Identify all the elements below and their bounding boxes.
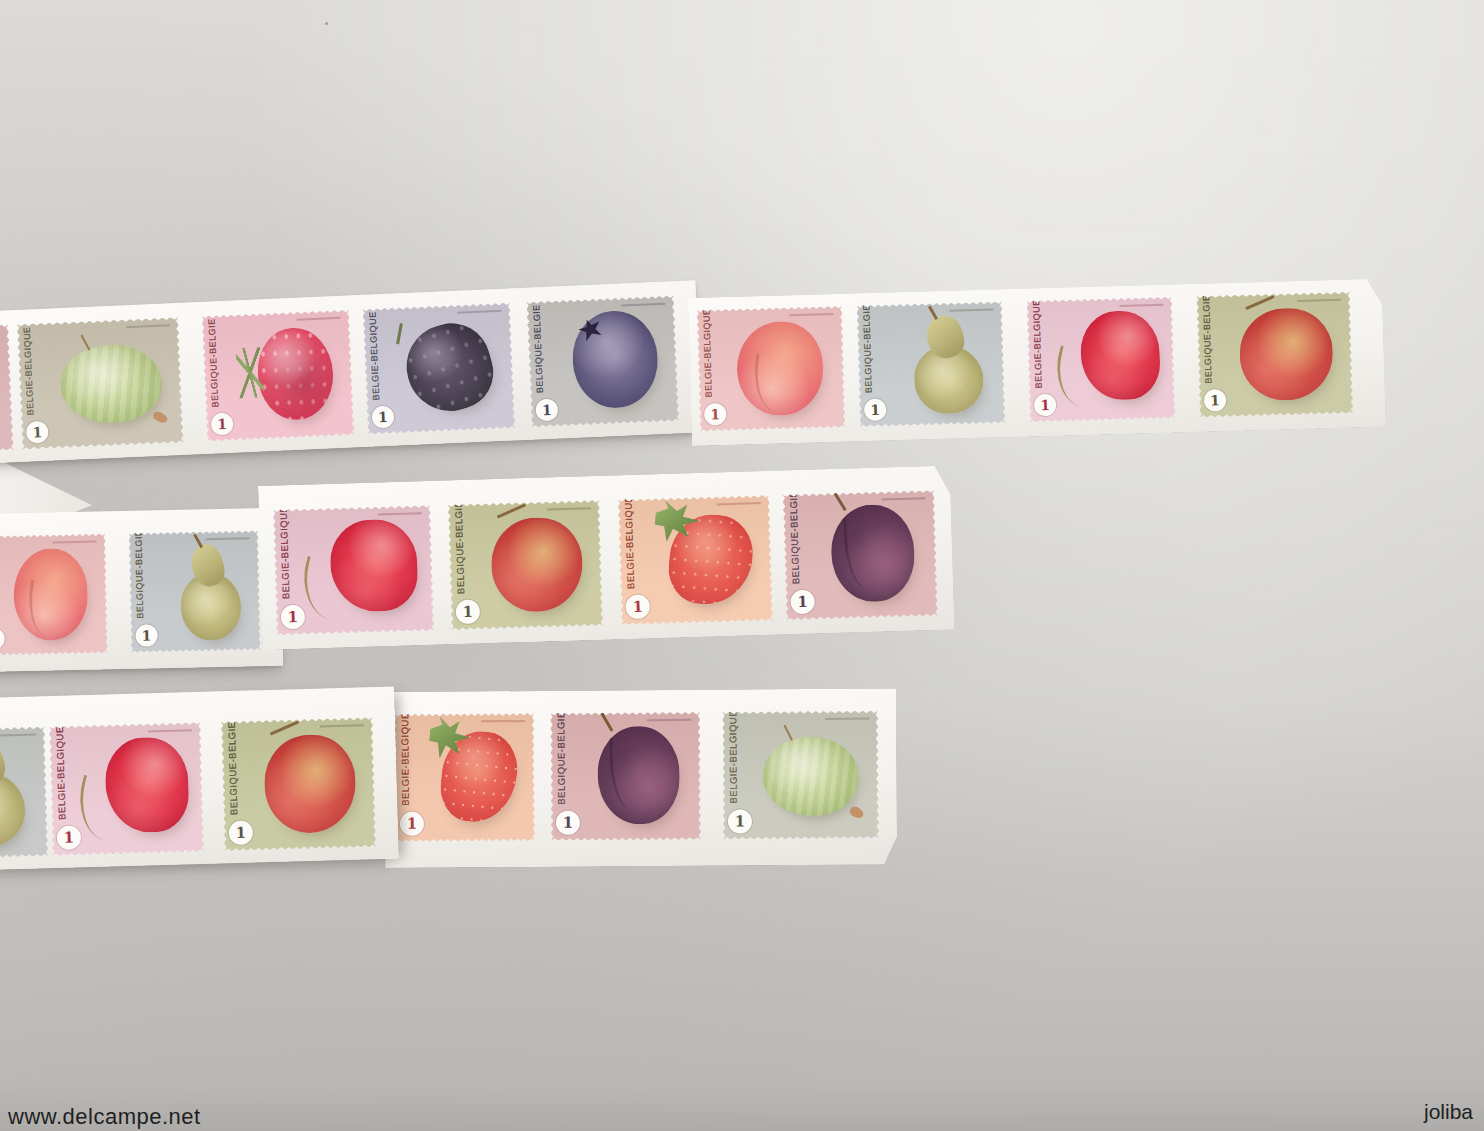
apple-illustration bbox=[243, 721, 372, 846]
stamp-face: BELGIQUE-BELGIE1 bbox=[550, 712, 701, 841]
stamp-face: BELGIE-BELGIQUE1 bbox=[722, 711, 879, 840]
stamp-face: BELGIE-BELGIQUE1 bbox=[0, 533, 108, 656]
country-label: BELGIQUE-BELGIE bbox=[555, 721, 567, 805]
stamp-plum: BELGIQUE-BELGIE1 bbox=[782, 490, 938, 620]
raspberry-illustration bbox=[224, 314, 351, 437]
cherry-body bbox=[1080, 310, 1162, 401]
stamp-face: BELGIQUE-BELGIE1 bbox=[221, 717, 377, 851]
pear-body bbox=[180, 573, 242, 641]
strawberry-body bbox=[437, 728, 521, 826]
stamp-face: BELGIE-BELGIQUE1 bbox=[273, 505, 435, 636]
blackberry-body bbox=[396, 315, 502, 422]
stamp-peach: BELGIE-BELGIQUE1 bbox=[0, 533, 108, 656]
top-strip-right-segment: BELGIE-BELGIQUE1BELGIQUE-BELGIE1BELGIE-B… bbox=[688, 279, 1386, 446]
blackberry-illustration bbox=[384, 307, 511, 430]
middle-strip-left-segment: BELGIE-BELGIQUE1BELGIQUE-BELGIE1 bbox=[0, 508, 283, 672]
stamp-face: BELGIE-BELGIQUE1 bbox=[618, 495, 774, 625]
stamp-blueberry: BELGIQUE-BELGIE1 bbox=[526, 295, 679, 427]
stamp-apple: BELGIQUE-BELGIE1 bbox=[1196, 292, 1353, 418]
stamp-strawberry: BELGIE-BELGIQUE1 bbox=[618, 495, 774, 625]
pear-illustration bbox=[0, 730, 44, 855]
stamp-face: BELGIQUE-BELGIE1 bbox=[201, 309, 354, 441]
raspberry-body bbox=[256, 326, 336, 421]
country-label: BELGIE-BELGIQUE bbox=[623, 507, 636, 589]
cherry-illustration bbox=[71, 726, 200, 851]
country-label: BELGIQUE-BELGIE bbox=[134, 541, 146, 619]
stamp-gooseberry: BELGIE-BELGIQUE1 bbox=[17, 317, 184, 450]
watermark-joliba: joliba bbox=[1424, 1100, 1473, 1124]
country-label: BELGIQUE-BELGIE bbox=[788, 502, 801, 584]
country-label: BELGIE-BELGIQUE bbox=[22, 331, 36, 415]
pear-body bbox=[0, 772, 26, 847]
apple-illustration bbox=[470, 504, 599, 626]
country-label: BELGIE-BELGIQUE bbox=[54, 734, 67, 820]
apple-illustration bbox=[1218, 296, 1349, 414]
apple-body bbox=[263, 734, 356, 834]
gooseberry-body bbox=[59, 343, 163, 425]
stamp-pear: BELGIQUE-BELGIE1 bbox=[0, 726, 48, 860]
stamp-raspberry: BELGIQUE-BELGIE1 bbox=[201, 309, 354, 441]
stamp-face: BELGIQUE-BELGIE1 bbox=[782, 490, 938, 620]
blueberry-illustration bbox=[548, 299, 675, 422]
stamp-gooseberry: BELGIE-BELGIQUE1 bbox=[722, 711, 879, 840]
plum-illustration bbox=[0, 328, 10, 451]
stamp-face: BELGIQUE-BELGIE1 bbox=[128, 530, 260, 653]
stamp-plum: BELGIQUE-BELGIE1 bbox=[0, 324, 14, 456]
denomination-circle: 1 bbox=[728, 809, 752, 833]
pear-illustration bbox=[151, 534, 257, 648]
country-label: BELGIQUE-BELGIE bbox=[207, 323, 221, 407]
country-label: BELGIE-BELGIQUE bbox=[368, 316, 382, 400]
pear-illustration bbox=[878, 305, 1001, 422]
gooseberry-body bbox=[763, 736, 860, 816]
plum-body bbox=[830, 504, 916, 603]
stamp-face: BELGIQUE-BELGIE1 bbox=[856, 301, 1005, 427]
stamp-pear: BELGIQUE-BELGIE1 bbox=[128, 530, 260, 653]
stamp-cherry: BELGIE-BELGIQUE1 bbox=[273, 505, 435, 636]
photo-of-stamp-strips: BELGIQUE-BELGIE1BELGIE-BELGIQUE1BELGIQUE… bbox=[0, 0, 1484, 1131]
country-label: BELGIE-BELGIQUE bbox=[727, 720, 739, 804]
peach-illustration bbox=[0, 537, 104, 651]
gooseberry-illustration bbox=[744, 715, 875, 836]
strawberry-body bbox=[666, 512, 756, 608]
country-label: BELGIE-BELGIQUE bbox=[1031, 308, 1043, 388]
stamp-face: BELGIQUE-BELGIE1 bbox=[1196, 292, 1353, 418]
stamp-strawberry: BELGIE-BELGIQUE1 bbox=[394, 713, 535, 842]
peach-illustration bbox=[718, 310, 841, 427]
bottom-strip-right-segment: BELGIE-BELGIQUE1BELGIQUE-BELGIE1BELGIE-B… bbox=[384, 688, 897, 868]
denomination-circle: 1 bbox=[400, 812, 424, 836]
stamp-face: BELGIE-BELGIQUE1 bbox=[696, 306, 845, 432]
strawberry-illustration bbox=[640, 499, 769, 621]
country-label: BELGIQUE-BELGIE bbox=[531, 309, 545, 393]
credit-microtext bbox=[825, 718, 869, 720]
stamp-face: BELGIE-BELGIQUE1 bbox=[1026, 296, 1175, 422]
watermark-delcampe: www.delcampe.net bbox=[8, 1104, 201, 1130]
peach-body bbox=[12, 548, 89, 641]
stamp-face: BELGIE-BELGIQUE1 bbox=[17, 317, 184, 450]
denomination-circle: 1 bbox=[556, 811, 580, 835]
stamp-face: BELGIE-BELGIQUE1 bbox=[394, 713, 535, 842]
cherry-illustration bbox=[295, 509, 430, 631]
stamp-apple: BELGIQUE-BELGIE1 bbox=[448, 500, 604, 630]
dust-speck bbox=[325, 22, 328, 25]
stamp-face: BELGIE-BELGIQUE1 bbox=[362, 302, 515, 434]
country-label: BELGIQUE-BELGIE bbox=[226, 729, 239, 815]
country-label: BELGIQUE-BELGIE bbox=[1201, 303, 1213, 383]
country-label: BELGIQUE-BELGIE bbox=[861, 313, 873, 393]
apple-body bbox=[490, 516, 583, 613]
plum-illustration bbox=[805, 494, 934, 616]
cherry-body bbox=[329, 519, 419, 614]
country-label: BELGIQUE-BELGIE bbox=[453, 512, 466, 594]
country-label: BELGIE-BELGIQUE bbox=[702, 317, 714, 397]
cherry-body bbox=[104, 736, 190, 833]
apple-body bbox=[1239, 307, 1334, 401]
stamp-blackberry: BELGIE-BELGIQUE1 bbox=[362, 302, 515, 434]
top-strip-left-segment: BELGIQUE-BELGIE1BELGIE-BELGIQUE1BELGIQUE… bbox=[0, 280, 702, 464]
stamp-face: BELGIQUE-BELGIE1 bbox=[448, 500, 604, 630]
stamp-plum: BELGIQUE-BELGIE1 bbox=[550, 712, 701, 841]
stamp-cherry: BELGIE-BELGIQUE1 bbox=[1026, 296, 1175, 422]
stamp-pear: BELGIQUE-BELGIE1 bbox=[856, 301, 1005, 427]
stamp-face: BELGIQUE-BELGIE1 bbox=[0, 726, 48, 860]
country-label: BELGIE-BELGIQUE bbox=[399, 722, 411, 806]
bottom-strip-left-segment: BELGIQUE-BELGIE1BELGIE-BELGIQUE1BELGIQUE… bbox=[0, 686, 399, 869]
stamp-apple: BELGIQUE-BELGIE1 bbox=[221, 717, 377, 851]
cherry-illustration bbox=[1048, 301, 1171, 418]
credit-microtext bbox=[647, 719, 691, 721]
stamp-cherry: BELGIE-BELGIQUE1 bbox=[49, 722, 205, 856]
blueberry-body bbox=[571, 310, 661, 410]
peach-body bbox=[736, 321, 825, 417]
stamp-face: BELGIE-BELGIQUE1 bbox=[49, 722, 205, 856]
stamp-peach: BELGIE-BELGIQUE1 bbox=[696, 306, 845, 432]
middle-strip-right-segment: BELGIE-BELGIQUE1BELGIQUE-BELGIE1BELGIE-B… bbox=[258, 465, 955, 649]
gooseberry-illustration bbox=[39, 321, 180, 445]
plum-body bbox=[597, 726, 680, 825]
stamp-face: BELGIQUE-BELGIE1 bbox=[0, 324, 14, 456]
pear-body bbox=[913, 345, 984, 415]
plum-illustration bbox=[572, 716, 697, 837]
stamp-face: BELGIQUE-BELGIE1 bbox=[526, 295, 679, 427]
credit-microtext bbox=[481, 720, 525, 722]
country-label: BELGIE-BELGIQUE bbox=[278, 517, 291, 599]
strawberry-illustration bbox=[416, 717, 531, 838]
